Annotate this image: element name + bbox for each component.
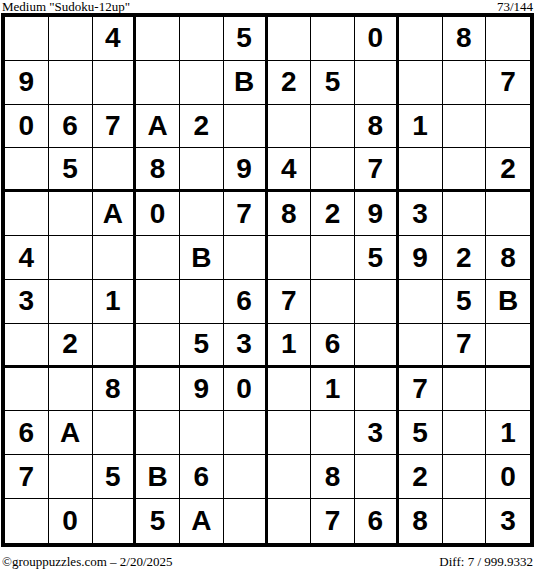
cell-r10c12: 1 (486, 411, 530, 455)
cell-r5c3: A (93, 192, 137, 236)
cell-r3c7[interactable] (268, 105, 312, 149)
cell-r4c2: 5 (49, 148, 93, 192)
cell-r3c2: 6 (49, 105, 93, 149)
cell-r3c8[interactable] (311, 105, 355, 149)
cell-r12c1[interactable] (5, 499, 49, 543)
cell-r9c12[interactable] (486, 368, 530, 412)
cell-r5c8: 2 (311, 192, 355, 236)
cell-r2c9[interactable] (355, 61, 399, 105)
cell-r1c3: 4 (93, 17, 137, 61)
cell-r5c2[interactable] (49, 192, 93, 236)
cell-r10c7[interactable] (268, 411, 312, 455)
cell-r10c9: 3 (355, 411, 399, 455)
cell-r9c3: 8 (93, 368, 137, 412)
cell-r1c5[interactable] (180, 17, 224, 61)
cell-r9c5: 9 (180, 368, 224, 412)
cell-r4c7: 4 (268, 148, 312, 192)
cell-r7c3: 1 (93, 280, 137, 324)
puzzle-title: Medium "Sudoku-12up" (2, 0, 130, 13)
cell-r11c12: 0 (486, 455, 530, 499)
cell-r4c4: 8 (136, 148, 180, 192)
cell-r6c5: B (180, 236, 224, 280)
cell-r7c4[interactable] (136, 280, 180, 324)
cell-r11c7[interactable] (268, 455, 312, 499)
cell-r3c3: 7 (93, 105, 137, 149)
cell-r5c4: 0 (136, 192, 180, 236)
cell-r2c6: B (224, 61, 268, 105)
cell-r8c4[interactable] (136, 324, 180, 368)
cell-r7c6: 6 (224, 280, 268, 324)
cell-r12c11[interactable] (443, 499, 487, 543)
cell-r1c4[interactable] (136, 17, 180, 61)
cell-r9c9[interactable] (355, 368, 399, 412)
cell-r9c8: 1 (311, 368, 355, 412)
cell-r1c9: 0 (355, 17, 399, 61)
cell-r4c1[interactable] (5, 148, 49, 192)
cell-r8c8: 6 (311, 324, 355, 368)
cell-r2c4[interactable] (136, 61, 180, 105)
cell-r7c10[interactable] (399, 280, 443, 324)
cell-r10c10: 5 (399, 411, 443, 455)
cell-r8c1[interactable] (5, 324, 49, 368)
cell-r10c6[interactable] (224, 411, 268, 455)
cell-r11c11[interactable] (443, 455, 487, 499)
footer: ©grouppuzzles.com – 2/20/2025 Diff: 7 / … (0, 555, 535, 568)
cell-r1c11: 8 (443, 17, 487, 61)
cell-r6c1: 4 (5, 236, 49, 280)
cell-r9c1[interactable] (5, 368, 49, 412)
copyright-text: ©grouppuzzles.com – 2/20/2025 (2, 555, 173, 568)
cell-r11c8: 8 (311, 455, 355, 499)
cell-r3c4: A (136, 105, 180, 149)
cell-r10c3[interactable] (93, 411, 137, 455)
puzzle-counter: 73/144 (497, 0, 533, 13)
cell-r2c12: 7 (486, 61, 530, 105)
cell-r8c6: 3 (224, 324, 268, 368)
cell-r3c11[interactable] (443, 105, 487, 149)
cell-r4c5[interactable] (180, 148, 224, 192)
cell-r7c7: 7 (268, 280, 312, 324)
cell-r10c8[interactable] (311, 411, 355, 455)
cell-r11c3: 5 (93, 455, 137, 499)
cell-r9c7[interactable] (268, 368, 312, 412)
cell-r5c6: 7 (224, 192, 268, 236)
cell-r4c10[interactable] (399, 148, 443, 192)
cell-r2c2[interactable] (49, 61, 93, 105)
cell-r5c12[interactable] (486, 192, 530, 236)
cell-r7c12: B (486, 280, 530, 324)
sudoku-board: 45089B257067A281589472A0782934B592831675… (1, 13, 534, 547)
header: Medium "Sudoku-12up" 73/144 (0, 0, 535, 13)
cell-r8c7: 1 (268, 324, 312, 368)
cell-r10c2: A (49, 411, 93, 455)
cell-r11c9[interactable] (355, 455, 399, 499)
cell-r11c1: 7 (5, 455, 49, 499)
cell-r8c9[interactable] (355, 324, 399, 368)
cell-r6c10: 9 (399, 236, 443, 280)
cell-r5c10: 3 (399, 192, 443, 236)
cell-r6c3[interactable] (93, 236, 137, 280)
cell-r5c11[interactable] (443, 192, 487, 236)
cell-r6c11: 2 (443, 236, 487, 280)
cell-r2c1: 9 (5, 61, 49, 105)
cell-r12c6[interactable] (224, 499, 268, 543)
cell-r10c11[interactable] (443, 411, 487, 455)
cell-r8c2: 2 (49, 324, 93, 368)
cell-r2c11[interactable] (443, 61, 487, 105)
cell-r4c9: 7 (355, 148, 399, 192)
cell-r1c10[interactable] (399, 17, 443, 61)
cell-r6c4[interactable] (136, 236, 180, 280)
cell-r4c8[interactable] (311, 148, 355, 192)
cell-r7c11: 5 (443, 280, 487, 324)
cell-r11c4: B (136, 455, 180, 499)
cell-r10c5[interactable] (180, 411, 224, 455)
cell-r2c3[interactable] (93, 61, 137, 105)
cell-r12c3[interactable] (93, 499, 137, 543)
cell-r12c7[interactable] (268, 499, 312, 543)
cell-r1c12[interactable] (486, 17, 530, 61)
cell-r12c12: 3 (486, 499, 530, 543)
cell-r4c12: 2 (486, 148, 530, 192)
cell-r4c11[interactable] (443, 148, 487, 192)
cell-r11c5: 6 (180, 455, 224, 499)
cell-r12c9: 6 (355, 499, 399, 543)
cell-r1c2[interactable] (49, 17, 93, 61)
cell-r4c3[interactable] (93, 148, 137, 192)
cell-r1c7[interactable] (268, 17, 312, 61)
cell-r9c2[interactable] (49, 368, 93, 412)
cell-r6c7[interactable] (268, 236, 312, 280)
cell-r3c5: 2 (180, 105, 224, 149)
cell-r12c5: A (180, 499, 224, 543)
cell-r3c9: 8 (355, 105, 399, 149)
cell-r8c5: 5 (180, 324, 224, 368)
cell-r3c6[interactable] (224, 105, 268, 149)
difficulty-text: Diff: 7 / 999.9332 (439, 555, 533, 568)
cell-r8c11: 7 (443, 324, 487, 368)
cell-r7c9[interactable] (355, 280, 399, 324)
cell-r9c11[interactable] (443, 368, 487, 412)
cell-r12c10: 8 (399, 499, 443, 543)
cell-r1c6: 5 (224, 17, 268, 61)
cell-r12c2: 0 (49, 499, 93, 543)
cell-r1c1[interactable] (5, 17, 49, 61)
cell-r9c4[interactable] (136, 368, 180, 412)
cell-r3c10: 1 (399, 105, 443, 149)
cell-r6c6[interactable] (224, 236, 268, 280)
cell-r5c9: 9 (355, 192, 399, 236)
cell-r6c9: 5 (355, 236, 399, 280)
cell-r7c8[interactable] (311, 280, 355, 324)
cell-r8c12[interactable] (486, 324, 530, 368)
cell-r2c8: 5 (311, 61, 355, 105)
cell-r2c7: 2 (268, 61, 312, 105)
cell-r9c6: 0 (224, 368, 268, 412)
cell-r6c12: 8 (486, 236, 530, 280)
cell-r5c7: 8 (268, 192, 312, 236)
cell-r8c3[interactable] (93, 324, 137, 368)
cell-r4c6: 9 (224, 148, 268, 192)
cell-r11c6[interactable] (224, 455, 268, 499)
cell-r7c5[interactable] (180, 280, 224, 324)
cell-r7c2[interactable] (49, 280, 93, 324)
cell-r9c10: 7 (399, 368, 443, 412)
cell-r5c1[interactable] (5, 192, 49, 236)
cell-r5c5[interactable] (180, 192, 224, 236)
cell-r10c4[interactable] (136, 411, 180, 455)
cell-r7c1: 3 (5, 280, 49, 324)
cell-r8c10[interactable] (399, 324, 443, 368)
puzzle-page: Medium "Sudoku-12up" 73/144 45089B257067… (0, 0, 535, 568)
cell-r2c5[interactable] (180, 61, 224, 105)
cell-r3c12[interactable] (486, 105, 530, 149)
cell-r11c2[interactable] (49, 455, 93, 499)
cell-r1c8[interactable] (311, 17, 355, 61)
cell-r12c4: 5 (136, 499, 180, 543)
cell-r12c8: 7 (311, 499, 355, 543)
cell-r3c1: 0 (5, 105, 49, 149)
cell-r11c10: 2 (399, 455, 443, 499)
cell-r6c2[interactable] (49, 236, 93, 280)
cell-r6c8[interactable] (311, 236, 355, 280)
cell-r2c10[interactable] (399, 61, 443, 105)
cell-r10c1: 6 (5, 411, 49, 455)
